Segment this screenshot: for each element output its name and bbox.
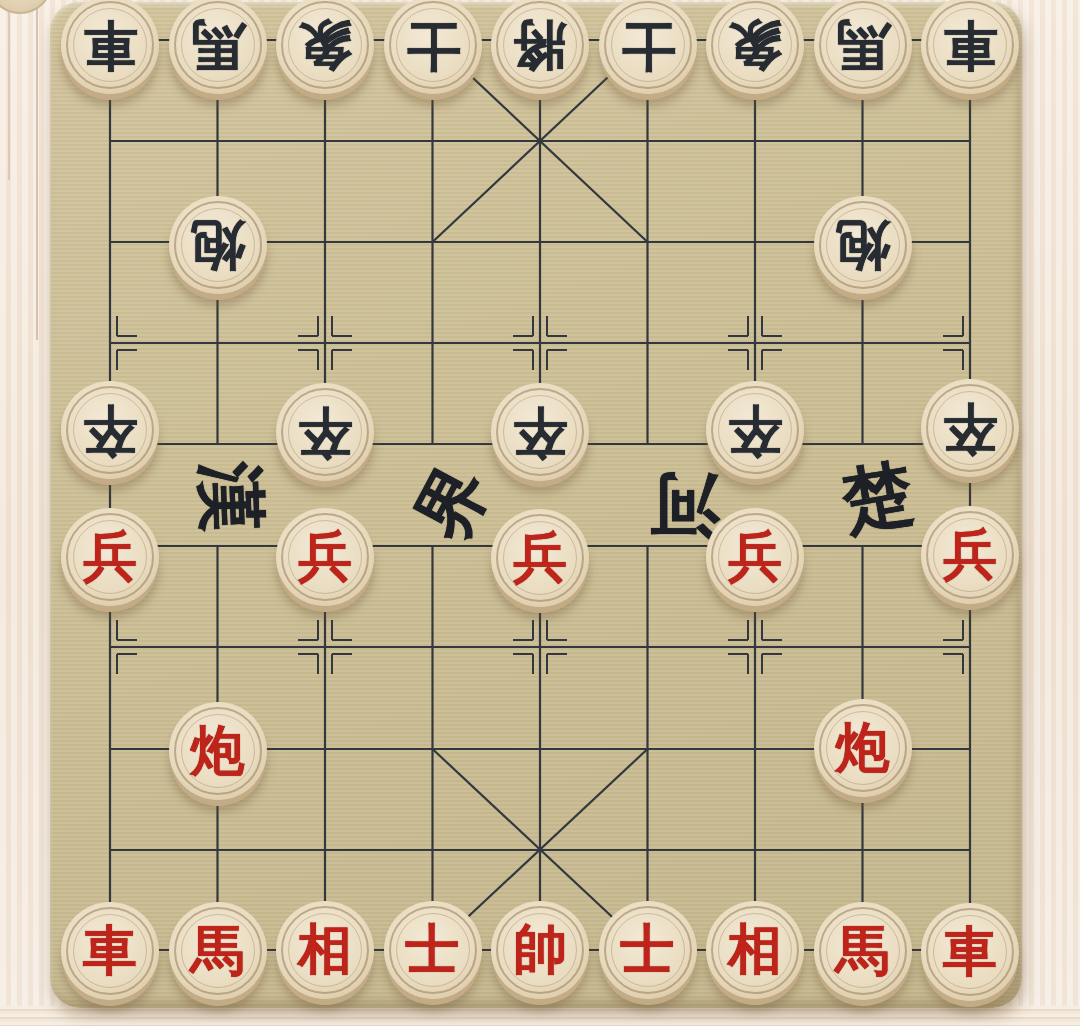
piece-character: 炮	[191, 218, 245, 272]
piece-character: 兵	[83, 530, 137, 584]
piece-character: 相	[728, 923, 782, 977]
piece-character: 帥	[513, 923, 567, 977]
piece-black-cannon[interactable]: 炮	[169, 196, 267, 294]
river-character-he: 河	[650, 470, 720, 540]
piece-character: 士	[406, 18, 460, 72]
piece-character: 相	[298, 923, 352, 977]
piece-black-advisor[interactable]: 士	[599, 0, 697, 94]
piece-black-soldier[interactable]: 卒	[706, 381, 804, 479]
piece-character: 士	[406, 923, 460, 977]
piece-black-horse[interactable]: 馬	[814, 0, 912, 94]
piece-character: 兵	[728, 530, 782, 584]
piece-character: 馬	[836, 18, 890, 72]
piece-character: 馬	[191, 18, 245, 72]
piece-red-soldier[interactable]: 兵	[491, 509, 589, 607]
piece-character: 兵	[943, 528, 997, 582]
piece-black-soldier[interactable]: 卒	[491, 383, 589, 481]
piece-black-elephant[interactable]: 象	[706, 0, 804, 94]
piece-red-soldier[interactable]: 兵	[276, 508, 374, 606]
piece-character: 車	[83, 18, 137, 72]
piece-black-chariot[interactable]: 車	[61, 0, 159, 94]
piece-character: 卒	[83, 403, 137, 457]
piece-character: 將	[513, 18, 567, 72]
piece-black-advisor[interactable]: 士	[384, 0, 482, 94]
piece-character: 士	[621, 18, 675, 72]
piece-black-elephant[interactable]: 象	[276, 0, 374, 94]
piece-red-cannon[interactable]: 炮	[169, 702, 267, 800]
piece-character: 兵	[513, 531, 567, 585]
piece-red-elephant[interactable]: 相	[706, 901, 804, 999]
piece-red-advisor[interactable]: 士	[384, 901, 482, 999]
piece-character: 炮	[836, 218, 890, 272]
xiangqi-scene: 漢 界 河 楚 車馬象士將士象馬車炮炮卒卒卒卒卒兵兵兵兵兵炮炮車馬相士帥士相馬車	[0, 0, 1080, 1026]
piece-character: 馬	[836, 924, 890, 978]
piece-red-advisor[interactable]: 士	[599, 901, 697, 999]
piece-character: 卒	[513, 405, 567, 459]
piece-black-soldier[interactable]: 卒	[276, 383, 374, 481]
piece-character: 炮	[191, 724, 245, 778]
river-character-han: 漢	[194, 461, 266, 533]
piece-character: 卒	[728, 403, 782, 457]
piece-red-general[interactable]: 帥	[491, 901, 589, 999]
piece-black-cannon[interactable]: 炮	[814, 196, 912, 294]
piece-black-general[interactable]: 將	[491, 0, 589, 94]
piece-character: 卒	[943, 401, 997, 455]
piece-red-soldier[interactable]: 兵	[921, 506, 1019, 604]
piece-character: 兵	[298, 530, 352, 584]
piece-character: 車	[83, 924, 137, 978]
piece-character: 卒	[298, 405, 352, 459]
piece-character: 車	[943, 925, 997, 979]
piece-character: 士	[621, 923, 675, 977]
piece-red-soldier[interactable]: 兵	[706, 508, 804, 606]
piece-black-chariot[interactable]: 車	[921, 0, 1019, 94]
piece-red-chariot[interactable]: 車	[61, 902, 159, 1000]
piece-red-horse[interactable]: 馬	[169, 902, 267, 1000]
piece-character: 象	[728, 18, 782, 72]
piece-red-elephant[interactable]: 相	[276, 901, 374, 999]
piece-red-horse[interactable]: 馬	[814, 902, 912, 1000]
piece-character: 車	[943, 18, 997, 72]
piece-black-soldier[interactable]: 卒	[61, 381, 159, 479]
piece-red-chariot[interactable]: 車	[921, 903, 1019, 1001]
piece-character: 炮	[836, 721, 890, 775]
piece-character: 象	[298, 18, 352, 72]
piece-black-horse[interactable]: 馬	[169, 0, 267, 94]
piece-character: 馬	[191, 924, 245, 978]
river-character-chu: 楚	[837, 457, 918, 538]
piece-red-soldier[interactable]: 兵	[61, 508, 159, 606]
piece-black-soldier[interactable]: 卒	[921, 379, 1019, 477]
piece-red-cannon[interactable]: 炮	[814, 699, 912, 797]
